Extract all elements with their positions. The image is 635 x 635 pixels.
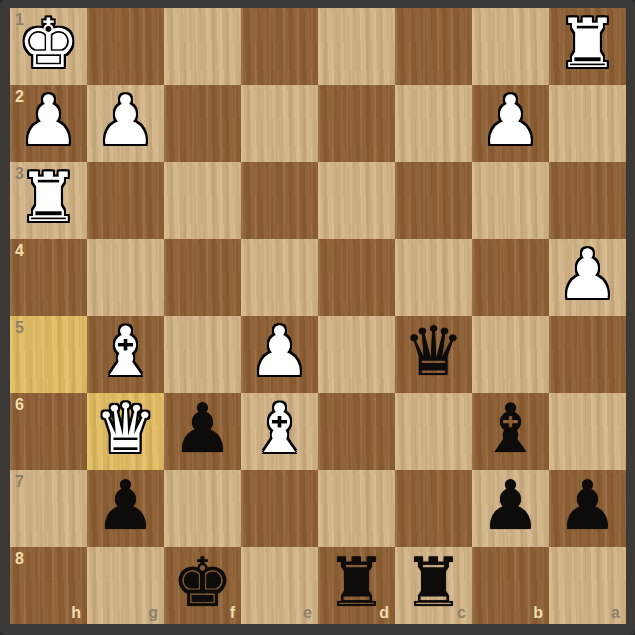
file-label-a: a [611, 604, 620, 622]
black-king-f8[interactable]: ♚ [172, 547, 233, 621]
black-pawn-b7[interactable]: ♟ [480, 470, 541, 544]
white-pawn-b2[interactable]: ♟ [480, 85, 541, 159]
square-a4[interactable]: ♟ [549, 239, 626, 316]
white-queen-g6[interactable]: ♛ [95, 393, 156, 467]
white-bishop-e6[interactable]: ♝ [249, 393, 310, 467]
black-queen-c5[interactable]: ♛ [403, 316, 464, 390]
square-b3[interactable] [472, 162, 549, 239]
square-e5[interactable]: ♟ [241, 316, 318, 393]
square-g5[interactable]: ♝ [87, 316, 164, 393]
square-g6[interactable]: ♛ [87, 393, 164, 470]
square-g8[interactable]: g [87, 547, 164, 624]
rank-label-5: 5 [15, 319, 24, 337]
file-label-b: b [533, 604, 543, 622]
black-bishop-b6[interactable]: ♝ [480, 393, 541, 467]
square-c5[interactable]: ♛ [395, 316, 472, 393]
square-a5[interactable] [549, 316, 626, 393]
black-rook-c8[interactable]: ♜ [403, 547, 464, 621]
square-b2[interactable]: ♟ [472, 85, 549, 162]
square-h6[interactable]: 6 [10, 393, 87, 470]
white-pawn-a4[interactable]: ♟ [557, 239, 618, 313]
square-c1[interactable] [395, 8, 472, 85]
square-f1[interactable] [164, 8, 241, 85]
square-a2[interactable] [549, 85, 626, 162]
square-g7[interactable]: ♟ [87, 470, 164, 547]
square-d2[interactable] [318, 85, 395, 162]
square-c7[interactable] [395, 470, 472, 547]
square-f3[interactable] [164, 162, 241, 239]
square-b5[interactable] [472, 316, 549, 393]
square-h8[interactable]: 8h [10, 547, 87, 624]
square-d5[interactable] [318, 316, 395, 393]
white-pawn-e5[interactable]: ♟ [249, 316, 310, 390]
square-a7[interactable]: ♟ [549, 470, 626, 547]
file-label-h: h [71, 604, 81, 622]
chess-board-frame: 1♚♜2♟♟♟3♜4♟5♝♟♛6♛♟♝♝7♟♟♟8hgf♚ed♜c♜ba [0, 0, 635, 635]
black-pawn-g7[interactable]: ♟ [95, 470, 156, 544]
square-b7[interactable]: ♟ [472, 470, 549, 547]
square-c6[interactable] [395, 393, 472, 470]
square-d7[interactable] [318, 470, 395, 547]
square-b1[interactable] [472, 8, 549, 85]
square-a1[interactable]: ♜ [549, 8, 626, 85]
square-f2[interactable] [164, 85, 241, 162]
square-h5[interactable]: 5 [10, 316, 87, 393]
square-d3[interactable] [318, 162, 395, 239]
square-h3[interactable]: 3♜ [10, 162, 87, 239]
square-g4[interactable] [87, 239, 164, 316]
square-d1[interactable] [318, 8, 395, 85]
square-b8[interactable]: b [472, 547, 549, 624]
rank-label-6: 6 [15, 396, 24, 414]
rank-label-8: 8 [15, 550, 24, 568]
square-f4[interactable] [164, 239, 241, 316]
square-e7[interactable] [241, 470, 318, 547]
white-bishop-g5[interactable]: ♝ [95, 316, 156, 390]
square-e1[interactable] [241, 8, 318, 85]
square-d8[interactable]: d♜ [318, 547, 395, 624]
square-f5[interactable] [164, 316, 241, 393]
black-rook-d8[interactable]: ♜ [326, 547, 387, 621]
rank-label-7: 7 [15, 473, 24, 491]
square-e6[interactable]: ♝ [241, 393, 318, 470]
white-pawn-g2[interactable]: ♟ [95, 85, 156, 159]
square-a8[interactable]: a [549, 547, 626, 624]
square-a3[interactable] [549, 162, 626, 239]
square-c2[interactable] [395, 85, 472, 162]
square-h1[interactable]: 1♚ [10, 8, 87, 85]
square-c8[interactable]: c♜ [395, 547, 472, 624]
file-label-e: e [303, 604, 312, 622]
white-rook-a1[interactable]: ♜ [557, 8, 618, 82]
square-e3[interactable] [241, 162, 318, 239]
square-h7[interactable]: 7 [10, 470, 87, 547]
rank-label-4: 4 [15, 242, 24, 260]
square-e8[interactable]: e [241, 547, 318, 624]
square-d6[interactable] [318, 393, 395, 470]
square-h2[interactable]: 2♟ [10, 85, 87, 162]
square-c3[interactable] [395, 162, 472, 239]
square-e4[interactable] [241, 239, 318, 316]
file-label-g: g [148, 604, 158, 622]
chess-board: 1♚♜2♟♟♟3♜4♟5♝♟♛6♛♟♝♝7♟♟♟8hgf♚ed♜c♜ba [10, 8, 626, 624]
black-pawn-f6[interactable]: ♟ [172, 393, 233, 467]
square-b4[interactable] [472, 239, 549, 316]
square-a6[interactable] [549, 393, 626, 470]
square-h4[interactable]: 4 [10, 239, 87, 316]
square-d4[interactable] [318, 239, 395, 316]
square-c4[interactable] [395, 239, 472, 316]
square-f7[interactable] [164, 470, 241, 547]
square-f8[interactable]: f♚ [164, 547, 241, 624]
square-g1[interactable] [87, 8, 164, 85]
black-pawn-a7[interactable]: ♟ [557, 470, 618, 544]
square-b6[interactable]: ♝ [472, 393, 549, 470]
white-rook-h3[interactable]: ♜ [18, 162, 79, 236]
square-e2[interactable] [241, 85, 318, 162]
square-f6[interactable]: ♟ [164, 393, 241, 470]
white-king-h1[interactable]: ♚ [18, 8, 79, 82]
square-g2[interactable]: ♟ [87, 85, 164, 162]
white-pawn-h2[interactable]: ♟ [18, 85, 79, 159]
square-g3[interactable] [87, 162, 164, 239]
